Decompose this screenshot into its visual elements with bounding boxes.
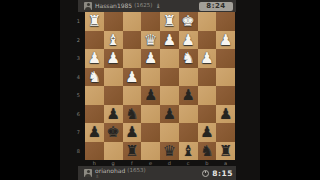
square-c2[interactable]: ♟ — [179, 31, 198, 50]
square-b7[interactable]: ♟ — [198, 123, 217, 142]
piece-white-pawn-f4[interactable]: ♟ — [125, 68, 138, 86]
piece-white-bishop-g2[interactable]: ♝ — [106, 31, 119, 49]
piece-black-pawn-f7[interactable]: ♟ — [125, 123, 138, 141]
piece-black-pawn-d6[interactable]: ♟ — [163, 105, 176, 123]
square-g2[interactable]: ♝ — [104, 31, 123, 50]
square-b1[interactable] — [198, 12, 217, 31]
square-d2[interactable]: ♟ — [160, 31, 179, 50]
square-h6[interactable] — [85, 105, 104, 124]
square-h8[interactable] — [85, 142, 104, 161]
piece-white-pawn-e3[interactable]: ♟ — [144, 49, 157, 67]
square-d4[interactable] — [160, 68, 179, 87]
piece-black-rook-f8[interactable]: ♜ — [125, 142, 138, 160]
square-e8[interactable] — [141, 142, 160, 161]
piece-white-queen-e2[interactable]: ♛ — [144, 31, 157, 49]
piece-black-pawn-g6[interactable]: ♟ — [106, 105, 119, 123]
square-f2[interactable] — [123, 31, 142, 50]
rank-coordinates: 12345678 — [60, 12, 83, 160]
piece-white-pawn-b3[interactable]: ♟ — [200, 49, 213, 67]
top-player-clock: 8:24 — [199, 2, 233, 11]
square-b4[interactable] — [198, 68, 217, 87]
square-c4[interactable] — [179, 68, 198, 87]
square-b2[interactable] — [198, 31, 217, 50]
square-e6[interactable] — [141, 105, 160, 124]
piece-black-pawn-a6[interactable]: ♟ — [219, 105, 232, 123]
bottom-player-avatar — [84, 169, 92, 177]
square-f7[interactable]: ♟ — [123, 123, 142, 142]
piece-white-knight-h4[interactable]: ♞ — [88, 68, 101, 86]
chess-board[interactable]: ♜♜♚♝♛♟♟♟♟♟♟♞♟♞♟♟♟♟♞♟♟♟♚♟♟♜♛♝♞♜ — [85, 12, 235, 160]
piece-black-knight-b8[interactable]: ♞ — [200, 142, 213, 160]
square-e4[interactable] — [141, 68, 160, 87]
bottom-player-rating: (1653) — [127, 168, 145, 174]
piece-white-pawn-c2[interactable]: ♟ — [181, 31, 194, 49]
piece-white-pawn-d2[interactable]: ♟ — [163, 31, 176, 49]
square-b8[interactable]: ♞ — [198, 142, 217, 161]
rank-label-8: 8 — [60, 142, 83, 161]
piece-black-pawn-b7[interactable]: ♟ — [200, 123, 213, 141]
rank-label-1: 1 — [60, 12, 83, 31]
avatar-body-icon — [85, 174, 91, 178]
top-captured-piece-icon: ♝ — [156, 3, 161, 9]
top-player-name[interactable]: Hassan1985 — [95, 3, 132, 9]
piece-white-pawn-a2[interactable]: ♟ — [219, 31, 232, 49]
square-b5[interactable] — [198, 86, 217, 105]
square-b3[interactable]: ♟ — [198, 49, 217, 68]
square-f3[interactable] — [123, 49, 142, 68]
square-h3[interactable]: ♟ — [85, 49, 104, 68]
square-c5[interactable]: ♟ — [179, 86, 198, 105]
piece-white-pawn-g3[interactable]: ♟ — [106, 49, 119, 67]
piece-black-king-g7[interactable]: ♚ — [106, 123, 119, 141]
square-d1[interactable]: ♜ — [160, 12, 179, 31]
piece-black-pawn-e5[interactable]: ♟ — [144, 86, 157, 104]
square-d6[interactable]: ♟ — [160, 105, 179, 124]
piece-white-pawn-h3[interactable]: ♟ — [88, 49, 101, 67]
square-g4[interactable] — [104, 68, 123, 87]
piece-black-pawn-c5[interactable]: ♟ — [181, 86, 194, 104]
piece-black-bishop-c8[interactable]: ♝ — [181, 142, 194, 160]
square-g8[interactable] — [104, 142, 123, 161]
square-g3[interactable]: ♟ — [104, 49, 123, 68]
square-c7[interactable] — [179, 123, 198, 142]
top-player-rating: (1625) — [134, 3, 152, 9]
square-c6[interactable] — [179, 105, 198, 124]
avatar-head-icon — [87, 170, 90, 173]
square-h2[interactable] — [85, 31, 104, 50]
clock-icon — [202, 170, 209, 177]
bottom-player-clock: 8:15 — [212, 169, 233, 178]
square-e5[interactable]: ♟ — [141, 86, 160, 105]
square-a6[interactable]: ♟ — [216, 105, 235, 124]
rank-label-2: 2 — [60, 31, 83, 50]
square-h7[interactable]: ♟ — [85, 123, 104, 142]
square-g1[interactable] — [104, 12, 123, 31]
square-a1[interactable] — [216, 12, 235, 31]
square-g7[interactable]: ♚ — [104, 123, 123, 142]
square-f6[interactable]: ♞ — [123, 105, 142, 124]
rank-label-4: 4 — [60, 68, 83, 87]
piece-black-rook-a8[interactable]: ♜ — [219, 142, 232, 160]
top-player-bar: Hassan1985 (1625) ♝ 8:24 — [78, 0, 236, 12]
square-a7[interactable] — [216, 123, 235, 142]
piece-black-queen-d8[interactable]: ♛ — [163, 142, 176, 160]
square-g6[interactable]: ♟ — [104, 105, 123, 124]
square-h1[interactable]: ♜ — [85, 12, 104, 31]
avatar-head-icon — [87, 3, 90, 6]
square-c8[interactable]: ♝ — [179, 142, 198, 161]
square-d7[interactable] — [160, 123, 179, 142]
square-a2[interactable]: ♟ — [216, 31, 235, 50]
square-c3[interactable]: ♞ — [179, 49, 198, 68]
bottom-captured-piece-icon: ♗ — [95, 174, 146, 178]
app-screen: Hassan1985 (1625) ♝ 8:24 12345678 ♜♜♚♝♛♟… — [0, 0, 320, 180]
rank-label-7: 7 — [60, 123, 83, 142]
square-e7[interactable] — [141, 123, 160, 142]
square-f5[interactable] — [123, 86, 142, 105]
square-a3[interactable] — [216, 49, 235, 68]
square-d3[interactable] — [160, 49, 179, 68]
square-e3[interactable]: ♟ — [141, 49, 160, 68]
piece-black-knight-f6[interactable]: ♞ — [125, 105, 138, 123]
rank-label-3: 3 — [60, 49, 83, 68]
square-e1[interactable] — [141, 12, 160, 31]
piece-white-knight-c3[interactable]: ♞ — [181, 49, 194, 67]
square-f8[interactable]: ♜ — [123, 142, 142, 161]
square-a4[interactable] — [216, 68, 235, 87]
avatar-body-icon — [85, 7, 91, 11]
square-f4[interactable]: ♟ — [123, 68, 142, 87]
square-c1[interactable]: ♚ — [179, 12, 198, 31]
square-h5[interactable] — [85, 86, 104, 105]
rank-label-5: 5 — [60, 86, 83, 105]
rank-label-6: 6 — [60, 105, 83, 124]
square-e2[interactable]: ♛ — [141, 31, 160, 50]
top-player-avatar — [84, 2, 92, 10]
bottom-player-bar: orianohad (1653) ♗ 8:15 — [78, 166, 236, 180]
square-d5[interactable] — [160, 86, 179, 105]
piece-white-king-c1[interactable]: ♚ — [181, 12, 194, 30]
square-f1[interactable] — [123, 12, 142, 31]
piece-white-rook-d1[interactable]: ♜ — [163, 12, 176, 30]
square-d8[interactable]: ♛ — [160, 142, 179, 161]
square-h4[interactable]: ♞ — [85, 68, 104, 87]
square-g5[interactable] — [104, 86, 123, 105]
piece-black-pawn-h7[interactable]: ♟ — [88, 123, 101, 141]
piece-white-rook-h1[interactable]: ♜ — [88, 12, 101, 30]
square-b6[interactable] — [198, 105, 217, 124]
square-a5[interactable] — [216, 86, 235, 105]
square-a8[interactable]: ♜ — [216, 142, 235, 161]
